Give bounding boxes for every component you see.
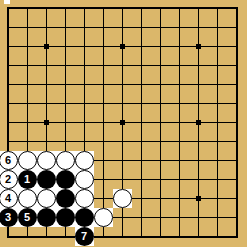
star-point — [120, 120, 125, 125]
star-point — [196, 120, 201, 125]
stone-black-B2[interactable]: 5 — [18, 208, 37, 227]
stone-black-E2[interactable] — [75, 208, 94, 227]
stone-black-B4[interactable]: 1 — [18, 170, 37, 189]
stone-white-G3[interactable] — [113, 189, 132, 208]
stone-white-B3[interactable] — [18, 189, 37, 208]
stone-disc — [37, 208, 56, 227]
stone-disc — [75, 151, 94, 170]
stone-white-A3[interactable]: 4 — [0, 189, 18, 208]
stone-disc — [75, 208, 94, 227]
stone-white-C5[interactable] — [37, 151, 56, 170]
stone-disc — [18, 151, 37, 170]
stone-black-A2[interactable]: 3 — [0, 208, 18, 227]
stone-white-D5[interactable] — [56, 151, 75, 170]
stone-white-E4[interactable] — [75, 170, 94, 189]
stone-black-E1[interactable]: 7 — [75, 227, 94, 246]
move-number-label: 7 — [75, 227, 94, 246]
go-board-diagram: 6214357 — [0, 0, 247, 247]
stone-disc — [37, 189, 56, 208]
star-point — [44, 44, 49, 49]
stone-black-D4[interactable] — [56, 170, 75, 189]
stone-disc — [18, 189, 37, 208]
move-number-label: 6 — [0, 151, 18, 170]
move-number-label: 3 — [0, 208, 18, 227]
stone-white-F2[interactable] — [94, 208, 113, 227]
stone-black-D2[interactable] — [56, 208, 75, 227]
stone-disc — [56, 151, 75, 170]
stone-white-A5[interactable]: 6 — [0, 151, 18, 170]
stone-disc — [113, 189, 132, 208]
stone-disc — [56, 208, 75, 227]
move-number-label: 2 — [0, 170, 18, 189]
stone-disc — [37, 170, 56, 189]
move-number-label: 4 — [0, 189, 18, 208]
stone-disc — [94, 208, 113, 227]
stone-white-E3[interactable] — [75, 189, 94, 208]
star-point — [196, 196, 201, 201]
stone-white-C3[interactable] — [37, 189, 56, 208]
stone-white-E5[interactable] — [75, 151, 94, 170]
stone-disc — [56, 189, 75, 208]
move-number-label: 1 — [18, 170, 37, 189]
stone-black-D3[interactable] — [56, 189, 75, 208]
move-number-label: 5 — [18, 208, 37, 227]
stone-black-C4[interactable] — [37, 170, 56, 189]
star-point — [44, 120, 49, 125]
stone-black-C2[interactable] — [37, 208, 56, 227]
stone-white-B5[interactable] — [18, 151, 37, 170]
stone-disc — [56, 170, 75, 189]
go-board[interactable]: 6214357 — [0, 0, 247, 247]
star-point — [120, 44, 125, 49]
stone-white-A4[interactable]: 2 — [0, 170, 18, 189]
stone-disc — [37, 151, 56, 170]
stone-disc — [75, 189, 94, 208]
star-point — [196, 44, 201, 49]
stone-disc — [75, 170, 94, 189]
